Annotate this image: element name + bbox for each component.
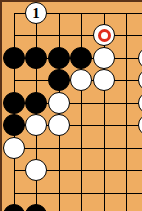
grid-hline (14, 193, 142, 194)
black-stone (3, 204, 25, 211)
white-stone (3, 137, 25, 159)
black-stone (48, 69, 70, 91)
grid-hline (14, 35, 142, 36)
white-stone-move-1: 1 (25, 2, 47, 24)
white-stone (138, 47, 142, 69)
white-stone (25, 114, 47, 136)
white-stone-circled (93, 24, 115, 46)
grid-vline (81, 13, 82, 211)
white-stone (70, 69, 92, 91)
black-stone (25, 47, 47, 69)
black-stone (70, 47, 92, 69)
white-stone (93, 47, 115, 69)
black-stone (3, 114, 25, 136)
white-stone (138, 114, 142, 136)
white-stone (48, 114, 70, 136)
black-stone (25, 92, 47, 114)
black-stone (25, 204, 47, 211)
white-stone (25, 159, 47, 181)
move-number-label: 1 (32, 6, 40, 21)
board-frame-left (0, 0, 2, 211)
white-stone (138, 69, 142, 91)
black-stone (3, 47, 25, 69)
white-stone (93, 69, 115, 91)
black-stone (3, 92, 25, 114)
go-board-diagram: 1 (0, 0, 142, 211)
white-stone (48, 92, 70, 114)
white-stone (138, 92, 142, 114)
circle-marker-icon (98, 29, 111, 42)
grid-vline (126, 13, 127, 211)
board-frame-top (0, 0, 142, 2)
black-stone (48, 47, 70, 69)
grid-hline (14, 148, 142, 149)
